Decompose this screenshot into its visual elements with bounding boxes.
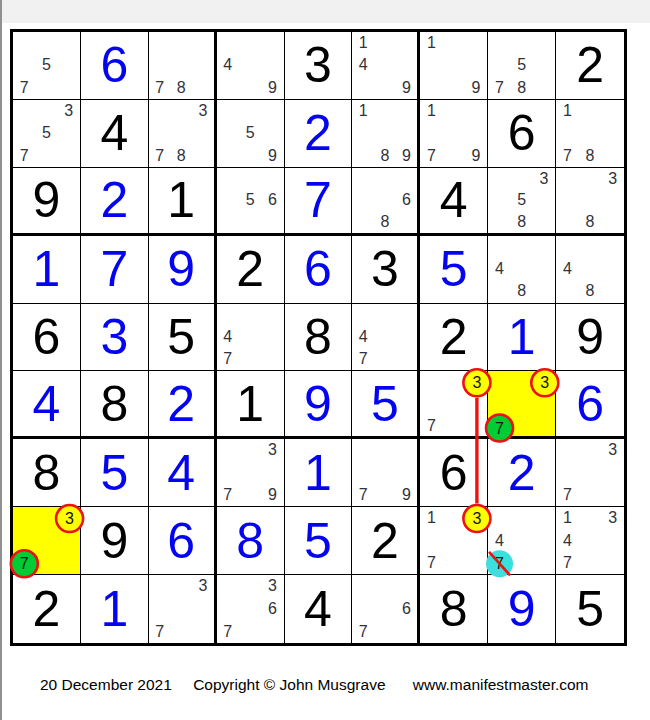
cell-r3c5[interactable]: 7: [285, 168, 353, 236]
pencil-mark-slot: [35, 144, 57, 166]
pencil-marks: 578: [488, 32, 555, 99]
cell-r7c7[interactable]: 6: [420, 439, 488, 507]
pencil-marks: 47: [217, 304, 284, 371]
pencil-mark-slot: [601, 100, 624, 122]
pencil-mark-slot: [579, 122, 602, 144]
pencil-mark-slot: [465, 32, 487, 54]
pencil-mark-slot: 7: [217, 348, 239, 370]
pencil-mark-slot: [579, 552, 602, 574]
pencil-mark-slot: [601, 258, 624, 280]
pencil-mark-slot: [556, 462, 579, 484]
cell-r9c1[interactable]: 2: [13, 575, 81, 643]
pencil-mark-slot: [192, 620, 214, 643]
cell-r8c5[interactable]: 5: [285, 507, 353, 575]
cell-r8c1[interactable]: [13, 507, 81, 575]
pencil-mark-slot: [217, 77, 239, 99]
cell-r1c7[interactable]: 19: [420, 32, 488, 100]
cell-r5c4[interactable]: 47: [217, 304, 285, 372]
cell-r5c7[interactable]: 2: [420, 304, 488, 372]
pencil-mark-slot: [396, 54, 418, 76]
pencil-mark-slot: [533, 211, 555, 233]
pencil-mark-slot: 5: [35, 122, 57, 144]
pencil-mark-slot: 4: [556, 258, 579, 280]
pencil-mark-slot: [601, 552, 624, 574]
cell-r3c6[interactable]: 68: [352, 168, 420, 236]
pencil-mark-slot: 8: [579, 144, 602, 166]
pencil-mark-slot: [192, 598, 214, 621]
pencil-marks: 149: [352, 32, 417, 99]
pencil-mark-slot: [261, 620, 283, 643]
cell-r4c5[interactable]: 6: [285, 236, 353, 304]
pencil-marks: 378: [149, 100, 214, 167]
pencil-mark-slot: 3: [601, 168, 624, 190]
cell-r1c6[interactable]: 149: [352, 32, 420, 100]
pencil-mark-slot: [352, 144, 374, 166]
pencil-mark-slot: 3: [261, 439, 283, 461]
cell-r4c1[interactable]: 1: [13, 236, 81, 304]
pencil-marks: 56: [217, 168, 284, 233]
pencil-mark-slot: 9: [261, 77, 283, 99]
given-digit: 4: [304, 584, 332, 634]
pencil-mark-slot: 7: [352, 484, 374, 506]
solved-digit: 2: [167, 379, 195, 429]
pencil-mark-slot: [579, 530, 602, 552]
pencil-marks: 37: [556, 439, 624, 506]
pencil-marks: 59: [217, 100, 284, 167]
pencil-marks: 48: [556, 236, 624, 303]
pencil-mark-slot: 6: [261, 598, 283, 621]
pencil-mark-slot: [443, 144, 465, 166]
pencil-mark-slot: 8: [511, 280, 533, 302]
cell-r8c4[interactable]: 8: [217, 507, 285, 575]
pencil-mark-slot: [533, 415, 555, 437]
pencil-mark-slot: [239, 575, 261, 598]
cell-r7c2[interactable]: 5: [81, 439, 149, 507]
cell-r4c8[interactable]: 48: [488, 236, 556, 304]
solved-digit: 3: [100, 312, 128, 362]
pencil-mark-slot: 7: [420, 552, 442, 574]
given-digit: 9: [33, 175, 61, 225]
pencil-mark-slot: [601, 122, 624, 144]
pencil-mark-slot: 5: [511, 54, 533, 76]
cell-r6c8[interactable]: [488, 371, 556, 439]
cell-r5c2[interactable]: 3: [81, 304, 149, 372]
cell-r4c4[interactable]: 2: [217, 236, 285, 304]
cell-r2c5[interactable]: 2: [285, 100, 353, 168]
pencil-mark-slot: [58, 54, 80, 76]
pencil-mark-slot: 9: [465, 77, 487, 99]
cell-r8c8[interactable]: 4: [488, 507, 556, 575]
pencil-mark-slot: 8: [579, 211, 602, 233]
solved-digit: 1: [304, 448, 332, 498]
pencil-marks: 49: [217, 32, 284, 99]
cell-r3c4[interactable]: 56: [217, 168, 285, 236]
cell-r5c1[interactable]: 6: [13, 304, 81, 372]
pencil-marks: 4: [488, 507, 555, 574]
cell-r6c2[interactable]: 8: [81, 371, 149, 439]
cell-r4c6[interactable]: 3: [352, 236, 420, 304]
cell-r6c1[interactable]: 4: [13, 371, 81, 439]
solved-digit: 1: [508, 312, 536, 362]
pencil-marks: 78: [149, 32, 214, 99]
pencil-mark-slot: [396, 439, 418, 461]
cell-r9c2[interactable]: 1: [81, 575, 149, 643]
pencil-mark-slot: [374, 484, 396, 506]
cell-r9c5[interactable]: 4: [285, 575, 353, 643]
cell-r9c9[interactable]: 5: [556, 575, 624, 643]
cell-r6c6[interactable]: 5: [352, 371, 420, 439]
cell-r2c7[interactable]: 179: [420, 100, 488, 168]
pencil-mark-slot: [420, 54, 442, 76]
pencil-mark-slot: [217, 575, 239, 598]
cell-r5c3[interactable]: 5: [149, 304, 217, 372]
pencil-marks: 179: [420, 100, 487, 167]
given-digit: 2: [576, 40, 604, 90]
pencil-mark-slot: [601, 144, 624, 166]
pencil-mark-slot: [443, 122, 465, 144]
pencil-mark-slot: [170, 598, 192, 621]
pencil-mark-slot: [533, 280, 555, 302]
pencil-mark-slot: [13, 552, 35, 574]
cell-r5c5[interactable]: 8: [285, 304, 353, 372]
pencil-mark-slot: [352, 77, 374, 99]
pencil-mark-slot: [396, 462, 418, 484]
pencil-mark-slot: 3: [58, 100, 80, 122]
pencil-mark-slot: [170, 32, 192, 54]
pencil-mark-slot: [465, 54, 487, 76]
pencil-marks: 189: [352, 100, 417, 167]
pencil-mark-slot: [511, 32, 533, 54]
pencil-mark-slot: [533, 530, 555, 552]
given-digit: 4: [440, 175, 468, 225]
solved-digit: 6: [167, 516, 195, 566]
pencil-mark-slot: [374, 122, 396, 144]
cell-r3c7[interactable]: 4: [420, 168, 488, 236]
pencil-mark-slot: [374, 620, 396, 643]
solved-digit: 7: [100, 244, 128, 294]
cell-r9c8[interactable]: 9: [488, 575, 556, 643]
cell-r8c9[interactable]: 1347: [556, 507, 624, 575]
pencil-mark-slot: [443, 415, 465, 437]
pencil-mark-slot: [13, 507, 35, 529]
pencil-mark-slot: [170, 575, 192, 598]
pencil-mark-slot: [420, 371, 442, 393]
pencil-mark-slot: [465, 393, 487, 415]
solved-digit: 1: [33, 244, 61, 294]
pencil-mark-slot: [511, 258, 533, 280]
pencil-marks: 1347: [556, 507, 624, 574]
pencil-marks: 178: [556, 100, 624, 167]
pencil-mark-slot: [556, 122, 579, 144]
pencil-mark-slot: [443, 371, 465, 393]
given-digit: 9: [576, 312, 604, 362]
solved-digit: 4: [167, 448, 195, 498]
pencil-mark-slot: 8: [579, 280, 602, 302]
pencil-mark-slot: [217, 439, 239, 461]
solved-digit: 9: [167, 244, 195, 294]
pencil-mark-slot: [511, 393, 533, 415]
cell-r6c5[interactable]: 9: [285, 371, 353, 439]
pencil-mark-slot: [533, 77, 555, 99]
pencil-mark-slot: [488, 507, 510, 529]
pencil-mark-slot: [239, 32, 261, 54]
cell-r1c3[interactable]: 78: [149, 32, 217, 100]
pencil-mark-slot: [239, 598, 261, 621]
pencil-mark-slot: [465, 122, 487, 144]
footer-date: 20 December 2021: [40, 676, 172, 693]
given-digit: 6: [440, 448, 468, 498]
cell-r6c9[interactable]: 6: [556, 371, 624, 439]
pencil-mark-slot: [488, 189, 510, 211]
pencil-mark-slot: [579, 168, 602, 190]
pencil-mark-slot: 1: [420, 100, 442, 122]
cell-r7c5[interactable]: 1: [285, 439, 353, 507]
pencil-mark-slot: [396, 620, 418, 643]
pencil-mark-slot: [261, 348, 283, 370]
cell-r7c3[interactable]: 4: [149, 439, 217, 507]
given-digit: 5: [167, 312, 195, 362]
cell-r7c4[interactable]: 379: [217, 439, 285, 507]
pencil-mark-slot: 4: [352, 54, 374, 76]
pencil-mark-slot: [533, 32, 555, 54]
pencil-mark-slot: [556, 236, 579, 258]
given-digit: 2: [236, 244, 264, 294]
pencil-mark-slot: [420, 393, 442, 415]
pencil-marks: 379: [217, 439, 284, 506]
pencil-mark-slot: [556, 439, 579, 461]
cell-r5c6[interactable]: 47: [352, 304, 420, 372]
cell-r8c6[interactable]: 2: [352, 507, 420, 575]
pencil-mark-slot: [352, 575, 374, 598]
footer: 20 December 2021 Copyright © John Musgra…: [40, 676, 589, 694]
pencil-mark-slot: [239, 348, 261, 370]
pencil-mark-slot: [420, 122, 442, 144]
pencil-mark-slot: [374, 326, 396, 348]
board-grid: 5767849314919578235743785921891796178921…: [13, 32, 624, 643]
solved-digit: 5: [304, 516, 332, 566]
cell-r9c7[interactable]: 8: [420, 575, 488, 643]
cell-r1c2[interactable]: 6: [81, 32, 149, 100]
pencil-mark-slot: [465, 100, 487, 122]
pencil-mark-slot: 7: [217, 484, 239, 506]
cell-r1c5[interactable]: 3: [285, 32, 353, 100]
pencil-mark-slot: [192, 77, 214, 99]
pencil-mark-slot: [13, 100, 35, 122]
cell-r3c2[interactable]: 2: [81, 168, 149, 236]
cell-r8c2[interactable]: 9: [81, 507, 149, 575]
pencil-mark-slot: [217, 100, 239, 122]
pencil-mark-slot: [261, 462, 283, 484]
pencil-mark-slot: [217, 32, 239, 54]
pencil-mark-slot: 6: [261, 189, 283, 211]
pencil-mark-slot: [261, 211, 283, 233]
cell-r6c3[interactable]: 2: [149, 371, 217, 439]
pencil-mark-slot: [58, 122, 80, 144]
pencil-mark-slot: [488, 415, 510, 437]
solved-digit: 5: [100, 448, 128, 498]
pencil-mark-slot: [488, 236, 510, 258]
footer-copyright: Copyright © John Musgrave: [193, 676, 385, 693]
given-digit: 2: [440, 312, 468, 362]
cell-r6c7[interactable]: 7: [420, 371, 488, 439]
pencil-mark-slot: [443, 530, 465, 552]
pencil-mark-slot: [443, 54, 465, 76]
cell-r9c3[interactable]: 37: [149, 575, 217, 643]
cell-r4c9[interactable]: 48: [556, 236, 624, 304]
pencil-mark-slot: 3: [533, 168, 555, 190]
pencil-mark-slot: [149, 598, 171, 621]
solved-digit: 2: [100, 175, 128, 225]
pencil-mark-slot: 7: [352, 348, 374, 370]
given-digit: 3: [304, 40, 332, 90]
pencil-mark-slot: [13, 32, 35, 54]
pencil-mark-slot: [533, 189, 555, 211]
pencil-mark-slot: [465, 552, 487, 574]
pencil-mark-slot: [396, 122, 418, 144]
cell-r3c1[interactable]: 9: [13, 168, 81, 236]
pencil-mark-slot: [239, 439, 261, 461]
cell-r2c8[interactable]: 6: [488, 100, 556, 168]
pencil-mark-slot: 3: [192, 100, 214, 122]
pencil-mark-slot: [374, 598, 396, 621]
given-digit: 4: [100, 108, 128, 158]
given-digit: 1: [167, 175, 195, 225]
cell-r1c1[interactable]: 57: [13, 32, 81, 100]
pencil-mark-slot: [374, 462, 396, 484]
pencil-mark-slot: [533, 507, 555, 529]
pencil-mark-slot: [352, 304, 374, 326]
pencil-mark-slot: [217, 598, 239, 621]
cell-r3c8[interactable]: 358: [488, 168, 556, 236]
pencil-mark-slot: [352, 168, 374, 190]
pencil-marks: 357: [13, 100, 80, 167]
pencil-mark-slot: [352, 462, 374, 484]
pencil-mark-slot: [13, 54, 35, 76]
cell-r5c9[interactable]: 9: [556, 304, 624, 372]
cell-r1c9[interactable]: 2: [556, 32, 624, 100]
cell-r2c9[interactable]: 178: [556, 100, 624, 168]
pencil-mark-slot: [58, 530, 80, 552]
pencil-mark-slot: [374, 54, 396, 76]
pencil-marks: [13, 507, 80, 574]
pencil-mark-slot: [35, 32, 57, 54]
pencil-marks: 38: [556, 168, 624, 233]
cell-r1c4[interactable]: 49: [217, 32, 285, 100]
cell-r7c8[interactable]: 2: [488, 439, 556, 507]
pencil-mark-slot: 7: [13, 77, 35, 99]
pencil-mark-slot: [239, 168, 261, 190]
pencil-mark-slot: [35, 100, 57, 122]
pencil-mark-slot: [533, 371, 555, 393]
given-digit: 5: [576, 584, 604, 634]
pencil-mark-slot: [533, 258, 555, 280]
pencil-mark-slot: [396, 168, 418, 190]
pencil-marks: 67: [352, 575, 417, 643]
cell-r7c9[interactable]: 37: [556, 439, 624, 507]
pencil-mark-slot: 7: [13, 144, 35, 166]
pencil-mark-slot: [192, 144, 214, 166]
window-left-edge: [0, 0, 2, 720]
cell-r8c7[interactable]: 17: [420, 507, 488, 575]
pencil-mark-slot: [396, 575, 418, 598]
pencil-mark-slot: [420, 77, 442, 99]
pencil-mark-slot: [352, 598, 374, 621]
pencil-marks: 79: [352, 439, 417, 506]
cell-r4c3[interactable]: 9: [149, 236, 217, 304]
pencil-mark-slot: [149, 122, 171, 144]
pencil-mark-slot: 9: [261, 484, 283, 506]
pencil-mark-slot: [58, 77, 80, 99]
pencil-mark-slot: [511, 371, 533, 393]
pencil-mark-slot: [396, 326, 418, 348]
cell-r7c6[interactable]: 79: [352, 439, 420, 507]
cell-r2c2[interactable]: 4: [81, 100, 149, 168]
given-digit: 6: [33, 312, 61, 362]
pencil-mark-slot: [488, 552, 510, 574]
solved-digit: 2: [304, 108, 332, 158]
pencil-mark-slot: [488, 211, 510, 233]
pencil-mark-slot: [488, 371, 510, 393]
pencil-mark-slot: [239, 100, 261, 122]
pencil-mark-slot: [601, 484, 624, 506]
pencil-marks: [488, 371, 555, 436]
pencil-mark-slot: 3: [601, 439, 624, 461]
pencil-mark-slot: [511, 415, 533, 437]
pencil-mark-slot: [352, 122, 374, 144]
cell-r1c8[interactable]: 578: [488, 32, 556, 100]
solved-digit: 8: [236, 516, 264, 566]
pencil-mark-slot: [533, 54, 555, 76]
pencil-mark-slot: 4: [488, 530, 510, 552]
cell-r5c8[interactable]: 1: [488, 304, 556, 372]
pencil-mark-slot: [511, 552, 533, 574]
cell-r9c4[interactable]: 367: [217, 575, 285, 643]
cell-r8c3[interactable]: 6: [149, 507, 217, 575]
pencil-mark-slot: 1: [420, 32, 442, 54]
cell-r2c1[interactable]: 357: [13, 100, 81, 168]
solved-digit: 6: [100, 40, 128, 90]
pencil-mark-slot: [465, 415, 487, 437]
cell-r2c6[interactable]: 189: [352, 100, 420, 168]
pencil-mark-slot: [374, 575, 396, 598]
pencil-mark-slot: [239, 484, 261, 506]
pencil-mark-slot: [488, 168, 510, 190]
pencil-mark-slot: [170, 620, 192, 643]
pencil-mark-slot: [35, 507, 57, 529]
cell-r7c1[interactable]: 8: [13, 439, 81, 507]
pencil-marks: 358: [488, 168, 555, 233]
pencil-mark-slot: 7: [149, 620, 171, 643]
pencil-mark-slot: [13, 122, 35, 144]
cell-r3c3[interactable]: 1: [149, 168, 217, 236]
cell-r6c4[interactable]: 1: [217, 371, 285, 439]
window-top-bar: [2, 0, 650, 23]
cell-r3c9[interactable]: 38: [556, 168, 624, 236]
pencil-mark-slot: [58, 552, 80, 574]
cell-r2c4[interactable]: 59: [217, 100, 285, 168]
pencil-mark-slot: 7: [556, 144, 579, 166]
pencil-mark-slot: [192, 54, 214, 76]
pencil-mark-slot: 4: [488, 258, 510, 280]
solved-digit: 6: [576, 379, 604, 429]
cell-r9c6[interactable]: 67: [352, 575, 420, 643]
cell-r2c3[interactable]: 378: [149, 100, 217, 168]
cell-r4c7[interactable]: 5: [420, 236, 488, 304]
pencil-mark-slot: [239, 54, 261, 76]
cell-r4c2[interactable]: 7: [81, 236, 149, 304]
pencil-mark-slot: [443, 552, 465, 574]
pencil-mark-slot: 1: [352, 32, 374, 54]
